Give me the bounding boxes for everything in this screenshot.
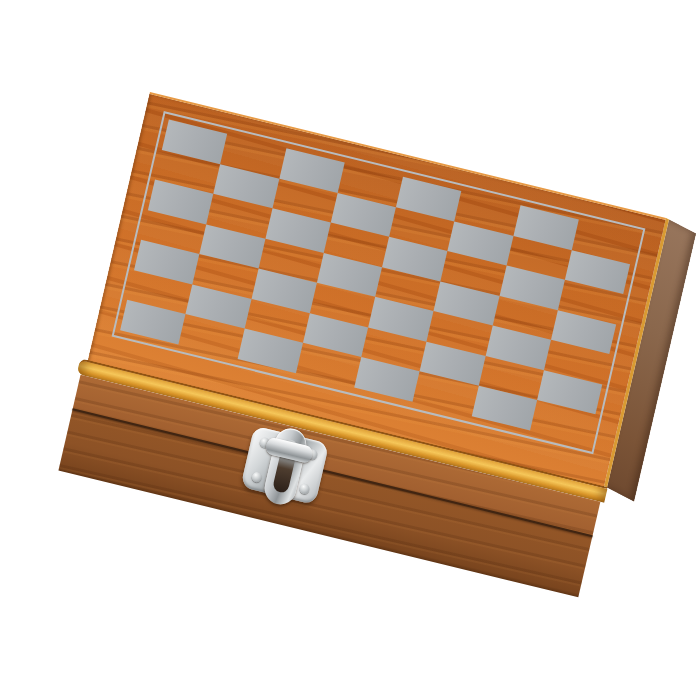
product-photo-background: [0, 0, 700, 700]
chess-box: [62, 92, 666, 597]
clasp-screw: [299, 483, 311, 495]
clasp-screw: [251, 471, 263, 483]
clasp: [234, 419, 336, 518]
